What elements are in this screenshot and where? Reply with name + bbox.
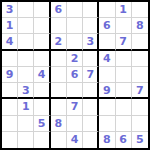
cell-r2c1-given-1[interactable]: 1 (2, 18, 18, 34)
cell-r9c5-given-4[interactable]: 4 (67, 132, 83, 148)
cell-r7c5-given-7[interactable]: 7 (67, 99, 83, 115)
cell-r9c3-empty[interactable] (34, 132, 50, 148)
cell-r6c7-given-9[interactable]: 9 (99, 83, 115, 99)
cell-r8c6-empty[interactable] (83, 116, 99, 132)
cell-r6c2-given-3[interactable]: 3 (18, 83, 34, 99)
cell-r5c2-empty[interactable] (18, 67, 34, 83)
cell-r8c7-empty[interactable] (99, 116, 115, 132)
cell-r5c3-given-4[interactable]: 4 (34, 67, 50, 83)
cell-r2c4-empty[interactable] (51, 18, 67, 34)
cell-r1c6-empty[interactable] (83, 2, 99, 18)
cell-r7c2-given-1[interactable]: 1 (18, 99, 34, 115)
cell-r9c8-given-6[interactable]: 6 (116, 132, 132, 148)
cell-r4c1-empty[interactable] (2, 51, 18, 67)
cell-r7c7-empty[interactable] (99, 99, 115, 115)
cell-r7c8-empty[interactable] (116, 99, 132, 115)
cell-r4c7-given-4[interactable]: 4 (99, 51, 115, 67)
cell-r9c1-empty[interactable] (2, 132, 18, 148)
cell-r1c2-empty[interactable] (18, 2, 34, 18)
cell-r3c1-given-4[interactable]: 4 (2, 34, 18, 50)
cell-r7c4-empty[interactable] (51, 99, 67, 115)
cell-r7c1-empty[interactable] (2, 99, 18, 115)
cell-r1c1-given-3[interactable]: 3 (2, 2, 18, 18)
cell-r4c3-empty[interactable] (34, 51, 50, 67)
cell-r3c5-empty[interactable] (67, 34, 83, 50)
cell-r8c3-given-5[interactable]: 5 (34, 116, 50, 132)
cell-r6c3-empty[interactable] (34, 83, 50, 99)
cell-r1c4-given-6[interactable]: 6 (51, 2, 67, 18)
cell-r1c9-empty[interactable] (132, 2, 148, 18)
cell-r2c7-given-6[interactable]: 6 (99, 18, 115, 34)
cell-r3c6-given-3[interactable]: 3 (83, 34, 99, 50)
cell-r7c6-empty[interactable] (83, 99, 99, 115)
cell-r5c5-given-6[interactable]: 6 (67, 67, 83, 83)
cell-r6c9-given-7[interactable]: 7 (132, 83, 148, 99)
cell-r2c8-empty[interactable] (116, 18, 132, 34)
cell-r2c3-empty[interactable] (34, 18, 50, 34)
cell-r3c4-given-2[interactable]: 2 (51, 34, 67, 50)
cell-r9c9-given-5[interactable]: 5 (132, 132, 148, 148)
cell-r5c8-empty[interactable] (116, 67, 132, 83)
cell-r6c5-empty[interactable] (67, 83, 83, 99)
cell-r2c5-empty[interactable] (67, 18, 83, 34)
cell-r6c6-empty[interactable] (83, 83, 99, 99)
cell-r7c3-empty[interactable] (34, 99, 50, 115)
cell-r4c6-empty[interactable] (83, 51, 99, 67)
cell-r4c5-given-2[interactable]: 2 (67, 51, 83, 67)
cell-r3c9-empty[interactable] (132, 34, 148, 50)
sudoku-board: 361168423724946739717584865 (0, 0, 150, 150)
cell-r1c8-given-1[interactable]: 1 (116, 2, 132, 18)
cell-r7c9-empty[interactable] (132, 99, 148, 115)
cell-r5c9-empty[interactable] (132, 67, 148, 83)
cell-r2c9-given-8[interactable]: 8 (132, 18, 148, 34)
cell-r5c6-given-7[interactable]: 7 (83, 67, 99, 83)
cell-r4c9-empty[interactable] (132, 51, 148, 67)
cell-r3c3-empty[interactable] (34, 34, 50, 50)
cell-r1c3-empty[interactable] (34, 2, 50, 18)
cell-r3c2-empty[interactable] (18, 34, 34, 50)
cell-r6c8-empty[interactable] (116, 83, 132, 99)
cell-r3c7-empty[interactable] (99, 34, 115, 50)
cell-r8c4-given-8[interactable]: 8 (51, 116, 67, 132)
cell-r4c8-empty[interactable] (116, 51, 132, 67)
cell-r4c2-empty[interactable] (18, 51, 34, 67)
cell-r9c6-empty[interactable] (83, 132, 99, 148)
cell-r4c4-empty[interactable] (51, 51, 67, 67)
cell-r8c5-empty[interactable] (67, 116, 83, 132)
cell-r1c5-empty[interactable] (67, 2, 83, 18)
cell-r9c2-empty[interactable] (18, 132, 34, 148)
cell-r6c4-empty[interactable] (51, 83, 67, 99)
cell-r9c7-given-8[interactable]: 8 (99, 132, 115, 148)
cell-r3c8-given-7[interactable]: 7 (116, 34, 132, 50)
cell-r6c1-empty[interactable] (2, 83, 18, 99)
cell-r1c7-empty[interactable] (99, 2, 115, 18)
cell-r8c8-empty[interactable] (116, 116, 132, 132)
cell-r8c1-empty[interactable] (2, 116, 18, 132)
cell-r2c2-empty[interactable] (18, 18, 34, 34)
cell-r5c7-empty[interactable] (99, 67, 115, 83)
cell-r9c4-empty[interactable] (51, 132, 67, 148)
cell-r5c1-given-9[interactable]: 9 (2, 67, 18, 83)
cell-r5c4-empty[interactable] (51, 67, 67, 83)
cell-r2c6-empty[interactable] (83, 18, 99, 34)
cell-r8c2-empty[interactable] (18, 116, 34, 132)
cell-r8c9-empty[interactable] (132, 116, 148, 132)
